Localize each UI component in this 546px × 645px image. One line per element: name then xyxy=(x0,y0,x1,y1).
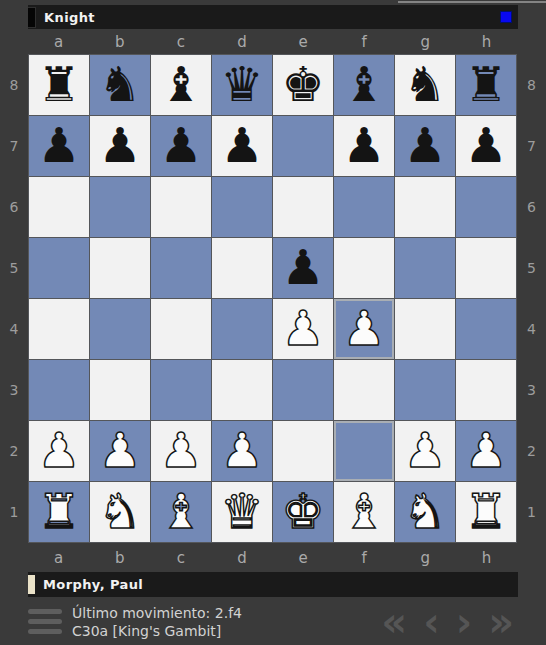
white-color-indicator xyxy=(28,575,35,594)
rank-label-8: 8 xyxy=(517,54,546,115)
white-rook: ♜ xyxy=(456,482,516,542)
square-d1[interactable]: ♛ xyxy=(212,482,272,542)
square-e8[interactable]: ♚ xyxy=(273,55,333,115)
square-c8[interactable]: ♝ xyxy=(151,55,211,115)
file-labels-bottom: abcdefgh xyxy=(28,547,517,569)
square-b8[interactable]: ♞ xyxy=(90,55,150,115)
white-pawn: ♟ xyxy=(151,421,211,481)
square-c4[interactable] xyxy=(151,299,211,359)
white-king: ♚ xyxy=(273,482,333,542)
square-h2[interactable]: ♟ xyxy=(456,421,516,481)
square-f4[interactable]: ♟ xyxy=(334,299,394,359)
file-label-e: e xyxy=(273,547,334,569)
file-label-f: f xyxy=(334,31,395,53)
file-label-h: h xyxy=(456,31,517,53)
square-a1[interactable]: ♜ xyxy=(29,482,89,542)
square-b2[interactable]: ♟ xyxy=(90,421,150,481)
square-g7[interactable]: ♟ xyxy=(395,116,455,176)
square-c7[interactable]: ♟ xyxy=(151,116,211,176)
rank-label-5: 5 xyxy=(0,237,28,298)
file-label-b: b xyxy=(89,547,150,569)
file-labels-top: abcdefgh xyxy=(28,31,517,53)
white-pawn: ♟ xyxy=(29,421,89,481)
square-d7[interactable]: ♟ xyxy=(212,116,272,176)
file-label-b: b xyxy=(89,31,150,53)
white-pawn: ♟ xyxy=(395,421,455,481)
square-e7[interactable] xyxy=(273,116,333,176)
square-e3[interactable] xyxy=(273,360,333,420)
rank-labels-right: 87654321 xyxy=(517,54,546,543)
white-pawn: ♟ xyxy=(273,299,333,359)
square-h8[interactable]: ♜ xyxy=(456,55,516,115)
rank-label-4: 4 xyxy=(517,299,546,360)
square-a7[interactable]: ♟ xyxy=(29,116,89,176)
square-d6[interactable] xyxy=(212,177,272,237)
rank-label-3: 3 xyxy=(517,360,546,421)
square-c6[interactable] xyxy=(151,177,211,237)
file-label-c: c xyxy=(150,547,211,569)
square-g5[interactable] xyxy=(395,238,455,298)
square-b5[interactable] xyxy=(90,238,150,298)
black-pawn: ♟ xyxy=(29,116,89,176)
file-label-a: a xyxy=(28,547,89,569)
square-a2[interactable]: ♟ xyxy=(29,421,89,481)
bottom-player-name: Morphy, Paul xyxy=(43,577,143,592)
square-a6[interactable] xyxy=(29,177,89,237)
square-f2[interactable] xyxy=(334,421,394,481)
rank-label-2: 2 xyxy=(517,421,546,482)
file-label-f: f xyxy=(334,547,395,569)
rank-label-5: 5 xyxy=(517,237,546,298)
black-queen: ♛ xyxy=(212,55,272,115)
status-text: Último movimiento: 2.f4 C30a [King's Gam… xyxy=(72,604,242,640)
square-f3[interactable] xyxy=(334,360,394,420)
square-h6[interactable] xyxy=(456,177,516,237)
black-knight: ♞ xyxy=(90,55,150,115)
top-player-bar: Knight xyxy=(28,5,518,29)
square-c3[interactable] xyxy=(151,360,211,420)
square-b4[interactable] xyxy=(90,299,150,359)
white-pawn: ♟ xyxy=(212,421,272,481)
turn-indicator-icon xyxy=(500,11,512,23)
square-g4[interactable] xyxy=(395,299,455,359)
file-label-e: e xyxy=(273,31,334,53)
square-b6[interactable] xyxy=(90,177,150,237)
square-d8[interactable]: ♛ xyxy=(212,55,272,115)
square-e2[interactable] xyxy=(273,421,333,481)
square-a3[interactable] xyxy=(29,360,89,420)
file-label-d: d xyxy=(211,31,272,53)
file-label-a: a xyxy=(28,31,89,53)
square-a5[interactable] xyxy=(29,238,89,298)
square-e1[interactable]: ♚ xyxy=(273,482,333,542)
chess-board: ♜♞♝♛♚♝♞♜♟♟♟♟♟♟♟♟♟♟♟♟♟♟♟♟♜♞♝♛♚♝♞♜ xyxy=(28,54,517,543)
previous-move-button[interactable]: ‹ xyxy=(423,602,439,642)
first-move-button[interactable]: « xyxy=(381,602,407,642)
rank-label-1: 1 xyxy=(517,482,546,543)
file-label-d: d xyxy=(211,547,272,569)
square-a8[interactable]: ♜ xyxy=(29,55,89,115)
file-label-g: g xyxy=(395,31,456,53)
rank-label-6: 6 xyxy=(517,176,546,237)
square-h4[interactable] xyxy=(456,299,516,359)
black-king: ♚ xyxy=(273,55,333,115)
opening-text: C30a [King's Gambit] xyxy=(72,622,242,640)
rank-label-3: 3 xyxy=(0,360,28,421)
square-e4[interactable]: ♟ xyxy=(273,299,333,359)
white-pawn: ♟ xyxy=(456,421,516,481)
black-pawn: ♟ xyxy=(212,116,272,176)
square-f7[interactable]: ♟ xyxy=(334,116,394,176)
white-knight: ♞ xyxy=(90,482,150,542)
square-e5[interactable]: ♟ xyxy=(273,238,333,298)
square-h3[interactable] xyxy=(456,360,516,420)
black-bishop: ♝ xyxy=(151,55,211,115)
square-g2[interactable]: ♟ xyxy=(395,421,455,481)
white-bishop: ♝ xyxy=(334,482,394,542)
black-pawn: ♟ xyxy=(395,116,455,176)
square-g8[interactable]: ♞ xyxy=(395,55,455,115)
menu-icon[interactable] xyxy=(28,609,62,634)
rank-label-4: 4 xyxy=(0,299,28,360)
file-label-h: h xyxy=(456,547,517,569)
rank-label-7: 7 xyxy=(0,115,28,176)
rank-label-6: 6 xyxy=(0,176,28,237)
square-g3[interactable] xyxy=(395,360,455,420)
white-pawn: ♟ xyxy=(334,299,394,359)
file-label-c: c xyxy=(150,31,211,53)
status-bar: Último movimiento: 2.f4 C30a [King's Gam… xyxy=(0,598,546,645)
square-d2[interactable]: ♟ xyxy=(212,421,272,481)
rank-label-1: 1 xyxy=(0,482,28,543)
square-h7[interactable]: ♟ xyxy=(456,116,516,176)
file-label-g: g xyxy=(395,547,456,569)
white-queen: ♛ xyxy=(212,482,272,542)
top-player-name: Knight xyxy=(44,10,95,25)
black-rook: ♜ xyxy=(456,55,516,115)
black-pawn: ♟ xyxy=(334,116,394,176)
square-c2[interactable]: ♟ xyxy=(151,421,211,481)
square-g6[interactable] xyxy=(395,177,455,237)
move-navigation: « ‹ › » xyxy=(381,602,514,642)
square-f1[interactable]: ♝ xyxy=(334,482,394,542)
black-pawn: ♟ xyxy=(273,238,333,298)
black-pawn: ♟ xyxy=(456,116,516,176)
black-rook: ♜ xyxy=(29,55,89,115)
rank-label-2: 2 xyxy=(0,421,28,482)
black-pawn: ♟ xyxy=(151,116,211,176)
panel-divider xyxy=(398,1,546,3)
square-e6[interactable] xyxy=(273,177,333,237)
last-move-text: Último movimiento: 2.f4 xyxy=(72,604,242,622)
white-rook: ♜ xyxy=(29,482,89,542)
black-knight: ♞ xyxy=(395,55,455,115)
white-bishop: ♝ xyxy=(151,482,211,542)
white-knight: ♞ xyxy=(395,482,455,542)
square-d4[interactable] xyxy=(212,299,272,359)
square-f5[interactable] xyxy=(334,238,394,298)
square-f6[interactable] xyxy=(334,177,394,237)
square-c5[interactable] xyxy=(151,238,211,298)
square-b7[interactable]: ♟ xyxy=(90,116,150,176)
bottom-player-bar: Morphy, Paul xyxy=(28,572,518,597)
rank-label-8: 8 xyxy=(0,54,28,115)
black-pawn: ♟ xyxy=(90,116,150,176)
square-h1[interactable]: ♜ xyxy=(456,482,516,542)
square-d5[interactable] xyxy=(212,238,272,298)
black-color-indicator xyxy=(28,7,36,28)
square-b1[interactable]: ♞ xyxy=(90,482,150,542)
square-f8[interactable]: ♝ xyxy=(334,55,394,115)
square-h5[interactable] xyxy=(456,238,516,298)
next-move-button[interactable]: › xyxy=(456,602,472,642)
black-bishop: ♝ xyxy=(334,55,394,115)
square-b3[interactable] xyxy=(90,360,150,420)
square-c1[interactable]: ♝ xyxy=(151,482,211,542)
square-d3[interactable] xyxy=(212,360,272,420)
rank-label-7: 7 xyxy=(517,115,546,176)
rank-labels-left: 87654321 xyxy=(0,54,28,543)
white-pawn: ♟ xyxy=(90,421,150,481)
square-a4[interactable] xyxy=(29,299,89,359)
last-move-button[interactable]: » xyxy=(488,602,514,642)
square-g1[interactable]: ♞ xyxy=(395,482,455,542)
